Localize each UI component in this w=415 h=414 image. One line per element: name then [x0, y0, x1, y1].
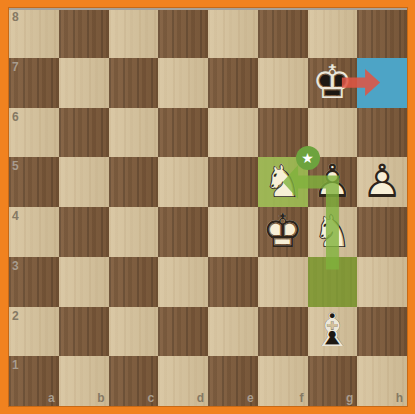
- square-b5[interactable]: [59, 157, 109, 207]
- square-h6[interactable]: [357, 108, 407, 158]
- square-e4[interactable]: [208, 207, 258, 257]
- square-h5[interactable]: ♟♙: [357, 157, 407, 207]
- square-b6[interactable]: [59, 108, 109, 158]
- square-c4[interactable]: [109, 207, 159, 257]
- square-c6[interactable]: [109, 108, 159, 158]
- board-top-edge: [9, 8, 407, 10]
- coord-file-g: g: [346, 392, 353, 404]
- square-c7[interactable]: [109, 58, 159, 108]
- square-d2[interactable]: [158, 307, 208, 357]
- square-b2[interactable]: [59, 307, 109, 357]
- square-c8[interactable]: [109, 8, 159, 58]
- coord-rank-2: 2: [12, 310, 19, 322]
- square-g2[interactable]: ♝♗: [308, 307, 358, 357]
- square-d5[interactable]: [158, 157, 208, 207]
- square-d6[interactable]: [158, 108, 208, 158]
- white-knight-g4[interactable]: ♞♘: [308, 207, 358, 257]
- coord-rank-3: 3: [12, 260, 19, 272]
- square-a1[interactable]: 1a: [9, 356, 59, 406]
- coord-file-e: e: [247, 392, 254, 404]
- square-a2[interactable]: 2: [9, 307, 59, 357]
- square-b8[interactable]: [59, 8, 109, 58]
- coord-rank-5: 5: [12, 160, 19, 172]
- square-e2[interactable]: [208, 307, 258, 357]
- square-f2[interactable]: [258, 307, 308, 357]
- square-a8[interactable]: 8: [9, 8, 59, 58]
- coord-rank-8: 8: [12, 11, 19, 23]
- square-e7[interactable]: [208, 58, 258, 108]
- highlight-best-move-origin: [308, 257, 358, 307]
- square-c2[interactable]: [109, 307, 159, 357]
- square-h8[interactable]: [357, 8, 407, 58]
- square-d4[interactable]: [158, 207, 208, 257]
- square-a3[interactable]: 3: [9, 257, 59, 307]
- square-h3[interactable]: [357, 257, 407, 307]
- white-king-f4[interactable]: ♚♔: [258, 207, 308, 257]
- coord-rank-1: 1: [12, 359, 19, 371]
- square-d7[interactable]: [158, 58, 208, 108]
- coord-rank-4: 4: [12, 210, 19, 222]
- square-a5[interactable]: 5: [9, 157, 59, 207]
- square-f7[interactable]: [258, 58, 308, 108]
- black-king-g7[interactable]: ♚♔: [308, 58, 358, 108]
- board-frame: 87♚♔65♞♘♟♙♟♙4♚♔♞♘32♝♗1abcdefgh ★: [0, 0, 415, 414]
- square-b7[interactable]: [59, 58, 109, 108]
- square-d8[interactable]: [158, 8, 208, 58]
- coord-file-c: c: [148, 392, 155, 404]
- square-f3[interactable]: [258, 257, 308, 307]
- star-icon: ★: [301, 150, 314, 164]
- square-b1[interactable]: b: [59, 356, 109, 406]
- square-e6[interactable]: [208, 108, 258, 158]
- square-b3[interactable]: [59, 257, 109, 307]
- square-f8[interactable]: [258, 8, 308, 58]
- square-e5[interactable]: [208, 157, 258, 207]
- square-h4[interactable]: [357, 207, 407, 257]
- square-f1[interactable]: f: [258, 356, 308, 406]
- square-a7[interactable]: 7: [9, 58, 59, 108]
- square-g8[interactable]: [308, 8, 358, 58]
- square-h7[interactable]: [357, 58, 407, 108]
- square-a6[interactable]: 6: [9, 108, 59, 158]
- coord-rank-6: 6: [12, 111, 19, 123]
- square-h1[interactable]: h: [357, 356, 407, 406]
- coord-file-h: h: [396, 392, 403, 404]
- square-f4[interactable]: ♚♔: [258, 207, 308, 257]
- black-bishop-g2[interactable]: ♝♗: [308, 307, 358, 357]
- square-g1[interactable]: g: [308, 356, 358, 406]
- square-c1[interactable]: c: [109, 356, 159, 406]
- white-pawn-h5[interactable]: ♟♙: [357, 157, 407, 207]
- coord-file-f: f: [300, 392, 304, 404]
- square-d3[interactable]: [158, 257, 208, 307]
- square-g4[interactable]: ♞♘: [308, 207, 358, 257]
- square-g3[interactable]: [308, 257, 358, 307]
- board-grid[interactable]: 87♚♔65♞♘♟♙♟♙4♚♔♞♘32♝♗1abcdefgh: [9, 8, 407, 406]
- square-e1[interactable]: e: [208, 356, 258, 406]
- square-c5[interactable]: [109, 157, 159, 207]
- square-a4[interactable]: 4: [9, 207, 59, 257]
- square-c3[interactable]: [109, 257, 159, 307]
- square-e8[interactable]: [208, 8, 258, 58]
- coord-file-a: a: [48, 392, 55, 404]
- highlight-suggested-king-move: [357, 58, 407, 108]
- square-b4[interactable]: [59, 207, 109, 257]
- coord-rank-7: 7: [12, 61, 19, 73]
- coord-file-d: d: [197, 392, 204, 404]
- coord-file-b: b: [97, 392, 104, 404]
- best-move-star-badge: ★: [296, 146, 320, 170]
- square-h2[interactable]: [357, 307, 407, 357]
- square-e3[interactable]: [208, 257, 258, 307]
- chess-board: 87♚♔65♞♘♟♙♟♙4♚♔♞♘32♝♗1abcdefgh ★: [9, 8, 407, 406]
- square-g7[interactable]: ♚♔: [308, 58, 358, 108]
- square-d1[interactable]: d: [158, 356, 208, 406]
